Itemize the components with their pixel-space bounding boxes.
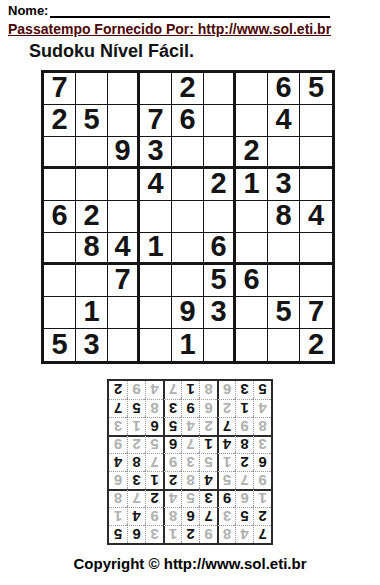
cell-r7c8 [268, 265, 300, 297]
cell-r6c6: 6 [204, 233, 236, 265]
solution-board-wrap: 7489213652537689411693542789754821366215… [107, 379, 273, 545]
cell-r1c1: 7 [44, 73, 76, 105]
cell-r4c6: 2 [204, 169, 236, 201]
sol-cell-r5c4: 5 [199, 453, 217, 471]
sol-cell-r4c3: 5 [217, 471, 235, 489]
cell-r8c5: 9 [172, 297, 204, 329]
copyright: Copyright © http://www.sol.eti.br [0, 555, 380, 572]
cell-r6c8 [268, 233, 300, 265]
sol-cell-r1c5: 2 [181, 525, 199, 543]
cell-r1c9: 5 [300, 73, 332, 105]
sol-cell-r8c2: 1 [235, 399, 253, 417]
sol-cell-r9c6: 7 [163, 381, 181, 399]
cell-r3c1 [44, 137, 76, 169]
sol-cell-r4c5: 8 [181, 471, 199, 489]
cell-r9c6 [204, 329, 236, 361]
sol-cell-r3c4: 3 [199, 489, 217, 507]
cell-r9c4 [140, 329, 172, 361]
sol-cell-r9c7: 4 [145, 381, 163, 399]
sol-cell-r8c1: 4 [253, 399, 271, 417]
cell-r4c7: 1 [236, 169, 268, 201]
sudoku-board: 726525764932421362848416756193575312 [41, 70, 335, 364]
cell-r4c1 [44, 169, 76, 201]
sol-cell-r1c3: 8 [217, 525, 235, 543]
cell-r9c9: 2 [300, 329, 332, 361]
cell-r9c1: 5 [44, 329, 76, 361]
sol-cell-r4c8: 3 [127, 471, 145, 489]
cell-r3c6 [204, 137, 236, 169]
sol-cell-r1c6: 1 [163, 525, 181, 543]
cell-r5c7 [236, 201, 268, 233]
sol-cell-r4c6: 2 [163, 471, 181, 489]
page-title: Sudoku Nível Fácil. [29, 41, 380, 62]
sol-cell-r8c4: 6 [199, 399, 217, 417]
cell-r3c8 [268, 137, 300, 169]
cell-r6c1 [44, 233, 76, 265]
sol-cell-r4c4: 4 [199, 471, 217, 489]
sol-cell-r9c2: 3 [235, 381, 253, 399]
sol-cell-r2c6: 8 [163, 507, 181, 525]
cell-r9c8 [268, 329, 300, 361]
sol-cell-r5c1: 6 [253, 453, 271, 471]
cell-r2c8: 4 [268, 105, 300, 137]
cell-r3c2 [76, 137, 108, 169]
cell-r5c5 [172, 201, 204, 233]
sol-cell-r2c5: 6 [181, 507, 199, 525]
sol-cell-r7c9: 3 [109, 417, 127, 435]
sol-cell-r7c4: 2 [199, 417, 217, 435]
cell-r4c5 [172, 169, 204, 201]
cell-r2c2: 5 [76, 105, 108, 137]
sol-cell-r1c8: 6 [127, 525, 145, 543]
cell-r9c7 [236, 329, 268, 361]
name-underline [50, 3, 330, 18]
sol-cell-r2c2: 5 [235, 507, 253, 525]
sol-cell-r9c3: 6 [217, 381, 235, 399]
cell-r6c4: 1 [140, 233, 172, 265]
cell-r4c4: 4 [140, 169, 172, 201]
sol-cell-r6c7: 5 [145, 435, 163, 453]
cell-r3c7: 2 [236, 137, 268, 169]
cell-r5c4 [140, 201, 172, 233]
cell-r3c3: 9 [108, 137, 140, 169]
cell-r4c9 [300, 169, 332, 201]
sol-cell-r3c7: 2 [145, 489, 163, 507]
sol-cell-r9c5: 1 [181, 381, 199, 399]
sol-cell-r7c8: 1 [127, 417, 145, 435]
sol-cell-r4c7: 1 [145, 471, 163, 489]
sol-cell-r1c9: 5 [109, 525, 127, 543]
cell-r7c7: 6 [236, 265, 268, 297]
cell-r1c6 [204, 73, 236, 105]
cell-r2c7 [236, 105, 268, 137]
cell-r9c2: 3 [76, 329, 108, 361]
sol-cell-r3c5: 5 [181, 489, 199, 507]
cell-r5c2: 2 [76, 201, 108, 233]
cell-r4c3 [108, 169, 140, 201]
sol-cell-r6c8: 2 [127, 435, 145, 453]
cell-r2c5: 6 [172, 105, 204, 137]
sol-cell-r8c7: 8 [145, 399, 163, 417]
sol-cell-r7c6: 5 [163, 417, 181, 435]
sol-cell-r5c3: 1 [217, 453, 235, 471]
sol-cell-r4c9: 6 [109, 471, 127, 489]
cell-r8c2: 1 [76, 297, 108, 329]
sol-cell-r7c7: 6 [145, 417, 163, 435]
cell-r3c5 [172, 137, 204, 169]
cell-r8c4 [140, 297, 172, 329]
name-row: Nome: [8, 3, 372, 18]
cell-r8c6: 3 [204, 297, 236, 329]
cell-r5c1: 6 [44, 201, 76, 233]
cell-r6c5 [172, 233, 204, 265]
cell-r6c3: 4 [108, 233, 140, 265]
sol-cell-r2c9: 1 [109, 507, 127, 525]
cell-r3c4: 3 [140, 137, 172, 169]
sol-cell-r3c3: 9 [217, 489, 235, 507]
sol-cell-r2c4: 7 [199, 507, 217, 525]
cell-r9c3 [108, 329, 140, 361]
sol-cell-r5c8: 8 [127, 453, 145, 471]
sol-cell-r9c9: 2 [109, 381, 127, 399]
cell-r2c3 [108, 105, 140, 137]
sol-cell-r8c9: 7 [109, 399, 127, 417]
sol-cell-r6c1: 3 [253, 435, 271, 453]
sol-cell-r6c4: 1 [199, 435, 217, 453]
sol-cell-r2c3: 3 [217, 507, 235, 525]
sol-cell-r7c5: 4 [181, 417, 199, 435]
cell-r5c8: 8 [268, 201, 300, 233]
sol-cell-r6c9: 9 [109, 435, 127, 453]
sol-cell-r3c9: 8 [109, 489, 127, 507]
cell-r1c5: 2 [172, 73, 204, 105]
cell-r7c5 [172, 265, 204, 297]
sudoku-sheet: Nome: Passatempo Fornecido Por: http://w… [0, 0, 380, 585]
cell-r8c1 [44, 297, 76, 329]
sol-cell-r8c8: 5 [127, 399, 145, 417]
sol-cell-r8c6: 3 [163, 399, 181, 417]
sol-cell-r3c8: 7 [127, 489, 145, 507]
cell-r5c6 [204, 201, 236, 233]
provider-line: Passatempo Fornecido Por: http://www.sol… [8, 21, 376, 37]
sol-cell-r4c1: 9 [253, 471, 271, 489]
sol-cell-r5c6: 9 [163, 453, 181, 471]
sol-cell-r9c8: 9 [127, 381, 145, 399]
cell-r5c3 [108, 201, 140, 233]
cell-r1c7 [236, 73, 268, 105]
cell-r7c6: 5 [204, 265, 236, 297]
sol-cell-r9c1: 5 [253, 381, 271, 399]
sol-cell-r3c2: 6 [235, 489, 253, 507]
cell-r2c9 [300, 105, 332, 137]
cell-r2c6 [204, 105, 236, 137]
sol-cell-r6c3: 4 [217, 435, 235, 453]
sol-cell-r4c2: 7 [235, 471, 253, 489]
cell-r1c4 [140, 73, 172, 105]
cell-r8c8: 5 [268, 297, 300, 329]
cell-r7c2 [76, 265, 108, 297]
sol-cell-r1c4: 9 [199, 525, 217, 543]
cell-r7c4 [140, 265, 172, 297]
sol-cell-r8c5: 9 [181, 399, 199, 417]
cell-r2c4: 7 [140, 105, 172, 137]
cell-r1c8: 6 [268, 73, 300, 105]
cell-r7c3: 7 [108, 265, 140, 297]
sol-cell-r9c4: 8 [199, 381, 217, 399]
sol-cell-r1c1: 7 [253, 525, 271, 543]
sol-cell-r2c7: 9 [145, 507, 163, 525]
cell-r6c2: 8 [76, 233, 108, 265]
cell-r4c8: 3 [268, 169, 300, 201]
cell-r4c2 [76, 169, 108, 201]
cell-r8c9: 7 [300, 297, 332, 329]
sol-cell-r2c8: 4 [127, 507, 145, 525]
cell-r7c9 [300, 265, 332, 297]
cell-r8c3 [108, 297, 140, 329]
sol-cell-r3c1: 1 [253, 489, 271, 507]
solution-board-rotated: 7489213652537689411693542789754821366215… [107, 379, 273, 545]
cell-r6c9 [300, 233, 332, 265]
sol-cell-r3c6: 4 [163, 489, 181, 507]
cell-r5c9: 4 [300, 201, 332, 233]
sol-cell-r7c3: 7 [217, 417, 235, 435]
sol-cell-r6c5: 7 [181, 435, 199, 453]
cell-r9c5: 1 [172, 329, 204, 361]
name-label: Nome: [8, 3, 48, 18]
cell-r1c2 [76, 73, 108, 105]
cell-r2c1: 2 [44, 105, 76, 137]
sol-cell-r6c6: 6 [163, 435, 181, 453]
sol-cell-r5c9: 4 [109, 453, 127, 471]
cell-r3c9 [300, 137, 332, 169]
sol-cell-r2c1: 2 [253, 507, 271, 525]
sol-cell-r7c2: 9 [235, 417, 253, 435]
sol-cell-r8c3: 2 [217, 399, 235, 417]
sol-cell-r5c2: 2 [235, 453, 253, 471]
cell-r8c7 [236, 297, 268, 329]
sol-cell-r5c7: 7 [145, 453, 163, 471]
cell-r7c1 [44, 265, 76, 297]
sol-cell-r7c1: 8 [253, 417, 271, 435]
sol-cell-r6c2: 8 [235, 435, 253, 453]
sol-cell-r1c2: 4 [235, 525, 253, 543]
sol-cell-r5c5: 3 [181, 453, 199, 471]
cell-r6c7 [236, 233, 268, 265]
cell-r1c3 [108, 73, 140, 105]
sol-cell-r1c7: 3 [145, 525, 163, 543]
